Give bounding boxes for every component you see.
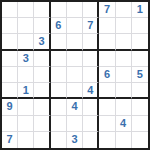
cell-r9c2[interactable] [18, 132, 34, 148]
cell-r2c3[interactable] [34, 18, 50, 34]
cell-r9c8[interactable] [116, 132, 132, 148]
cell-r7c7[interactable] [99, 99, 115, 115]
cell-r7c1[interactable]: 9 [2, 99, 18, 115]
cell-r7c2[interactable] [18, 99, 34, 115]
cell-r3c1[interactable] [2, 34, 18, 50]
cell-r6c9[interactable] [132, 83, 148, 99]
cell-r3c4[interactable] [51, 34, 67, 50]
cell-r4c3[interactable] [34, 51, 50, 67]
cell-r8c6[interactable] [83, 116, 99, 132]
cell-r5c9[interactable]: 5 [132, 67, 148, 83]
cell-r9c7[interactable] [99, 132, 115, 148]
cell-r1c2[interactable] [18, 2, 34, 18]
cell-r1c4[interactable] [51, 2, 67, 18]
cell-r2c2[interactable] [18, 18, 34, 34]
cell-r1c9[interactable]: 1 [132, 2, 148, 18]
cell-r8c5[interactable] [67, 116, 83, 132]
cell-r9c4[interactable] [51, 132, 67, 148]
cell-r4c5[interactable] [67, 51, 83, 67]
cell-r6c4[interactable] [51, 83, 67, 99]
cell-r3c9[interactable] [132, 34, 148, 50]
cell-r1c1[interactable] [2, 2, 18, 18]
cell-r8c2[interactable] [18, 116, 34, 132]
cell-r4c9[interactable] [132, 51, 148, 67]
cell-r6c3[interactable] [34, 83, 50, 99]
cell-r2c8[interactable] [116, 18, 132, 34]
cell-r1c6[interactable] [83, 2, 99, 18]
cell-r4c2[interactable]: 3 [18, 51, 34, 67]
cell-r1c3[interactable] [34, 2, 50, 18]
cell-r7c9[interactable] [132, 99, 148, 115]
cell-r8c3[interactable] [34, 116, 50, 132]
cell-r5c2[interactable] [18, 67, 34, 83]
cell-r3c3[interactable]: 3 [34, 34, 50, 50]
cell-r4c1[interactable] [2, 51, 18, 67]
cell-r9c3[interactable] [34, 132, 50, 148]
cell-r7c8[interactable] [116, 99, 132, 115]
cell-r7c4[interactable] [51, 99, 67, 115]
cell-r6c7[interactable] [99, 83, 115, 99]
cell-r1c8[interactable] [116, 2, 132, 18]
cell-r5c8[interactable] [116, 67, 132, 83]
cell-r4c7[interactable] [99, 51, 115, 67]
cell-r9c5[interactable]: 3 [67, 132, 83, 148]
cell-r6c5[interactable] [67, 83, 83, 99]
cell-r7c3[interactable] [34, 99, 50, 115]
cell-r7c5[interactable]: 4 [67, 99, 83, 115]
cell-r5c4[interactable] [51, 67, 67, 83]
cell-r3c2[interactable] [18, 34, 34, 50]
cell-r8c9[interactable] [132, 116, 148, 132]
cell-r7c6[interactable] [83, 99, 99, 115]
cell-r8c8[interactable]: 4 [116, 116, 132, 132]
cell-r2c9[interactable] [132, 18, 148, 34]
cell-r3c8[interactable] [116, 34, 132, 50]
cell-r5c3[interactable] [34, 67, 50, 83]
cell-r2c5[interactable] [67, 18, 83, 34]
cell-r1c7[interactable]: 7 [99, 2, 115, 18]
cell-r6c2[interactable]: 1 [18, 83, 34, 99]
cell-r6c1[interactable] [2, 83, 18, 99]
cell-r4c6[interactable] [83, 51, 99, 67]
cell-r3c5[interactable] [67, 34, 83, 50]
cell-r2c4[interactable]: 6 [51, 18, 67, 34]
cell-r2c6[interactable]: 7 [83, 18, 99, 34]
cell-r1c5[interactable] [67, 2, 83, 18]
cell-r5c1[interactable] [2, 67, 18, 83]
cell-r3c7[interactable] [99, 34, 115, 50]
cell-r8c4[interactable] [51, 116, 67, 132]
cell-r9c1[interactable]: 7 [2, 132, 18, 148]
cell-r6c8[interactable] [116, 83, 132, 99]
cell-r9c9[interactable] [132, 132, 148, 148]
cell-r3c6[interactable] [83, 34, 99, 50]
sudoku-board: 716733651494473 [0, 0, 150, 150]
cell-r8c1[interactable] [2, 116, 18, 132]
cell-r5c6[interactable] [83, 67, 99, 83]
cell-r5c7[interactable]: 6 [99, 67, 115, 83]
cell-r8c7[interactable] [99, 116, 115, 132]
cell-r9c6[interactable] [83, 132, 99, 148]
cell-r4c8[interactable] [116, 51, 132, 67]
cell-r6c6[interactable]: 4 [83, 83, 99, 99]
cell-r2c7[interactable] [99, 18, 115, 34]
cell-r2c1[interactable] [2, 18, 18, 34]
cell-r5c5[interactable] [67, 67, 83, 83]
cell-r4c4[interactable] [51, 51, 67, 67]
